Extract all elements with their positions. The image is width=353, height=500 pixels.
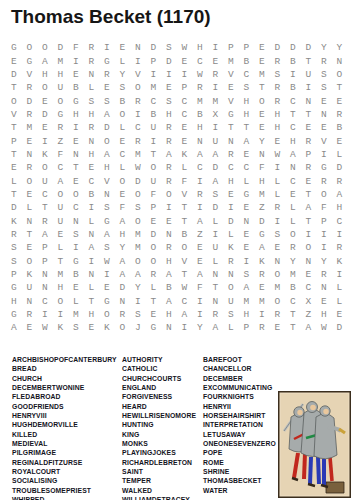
grid-cell: O — [161, 188, 177, 201]
grid-cell: A — [84, 241, 100, 254]
grid-cell: S — [130, 308, 146, 321]
grid-cell: O — [37, 161, 53, 174]
grid-cell: L — [332, 148, 348, 161]
grid-cell: S — [99, 201, 115, 214]
grid-cell: A — [37, 228, 53, 241]
grid-cell: O — [146, 241, 162, 254]
grid-cell: H — [115, 228, 131, 241]
grid-cell: Y — [332, 41, 348, 54]
grid-cell: L — [115, 121, 131, 134]
grid-cell: E — [239, 241, 255, 254]
grid-cell: N — [22, 295, 38, 308]
word-list-item: FLEDABROAD — [12, 392, 117, 401]
grid-cell: M — [285, 268, 301, 281]
grid-cell: U — [53, 81, 69, 94]
grid-cell: I — [68, 121, 84, 134]
grid-cell: M — [130, 148, 146, 161]
word-list-item: ROME — [203, 458, 276, 467]
grid-cell: C — [177, 94, 193, 107]
grid-cell: I — [192, 174, 208, 187]
grid-cell: K — [99, 321, 115, 334]
grid-cell: O — [130, 214, 146, 227]
grid-cell: N — [84, 134, 100, 147]
grid-cell: D — [22, 94, 38, 107]
grid-cell: V — [99, 174, 115, 187]
grid-cell: O — [37, 81, 53, 94]
grid-cell: O — [53, 295, 69, 308]
grid-cell: N — [130, 41, 146, 54]
grid-cell: A — [285, 148, 301, 161]
grid-cell: T — [146, 295, 162, 308]
word-list-item: EXCOMMUNICATING — [203, 383, 276, 392]
grid-cell: W — [130, 161, 146, 174]
grid-cell: L — [223, 228, 239, 241]
grid-cell: R — [332, 174, 348, 187]
grid-cell: L — [6, 174, 22, 187]
grid-cell: R — [223, 148, 239, 161]
grid-cell: E — [332, 94, 348, 107]
grid-cell: Y — [285, 255, 301, 268]
grid-cell: O — [130, 255, 146, 268]
grid-cell: L — [84, 214, 100, 227]
grid-cell: I — [208, 121, 224, 134]
grid-cell: I — [285, 68, 301, 81]
grid-cell: P — [6, 268, 22, 281]
grid-cell: H — [254, 174, 270, 187]
grid-cell: M — [208, 94, 224, 107]
grid-cell: R — [22, 161, 38, 174]
word-list-item: CATHOLIC — [122, 364, 196, 373]
grid-cell: R — [254, 268, 270, 281]
grid-cell: H — [84, 108, 100, 121]
grid-cell: A — [301, 321, 317, 334]
grid-cell: T — [6, 81, 22, 94]
word-list-item: HENRYII — [203, 402, 276, 411]
grid-cell: N — [208, 268, 224, 281]
grid-cell: R — [270, 308, 286, 321]
grid-cell: K — [6, 214, 22, 227]
grid-cell: S — [239, 268, 255, 281]
grid-cell: N — [223, 134, 239, 147]
word-list-item: SAINT — [122, 467, 196, 476]
grid-cell: G — [6, 281, 22, 294]
grid-cell: E — [177, 134, 193, 147]
grid-cell: I — [130, 108, 146, 121]
grid-cell: S — [239, 81, 255, 94]
grid-cell: R — [37, 214, 53, 227]
grid-cell: G — [68, 94, 84, 107]
grid-cell: C — [285, 295, 301, 308]
word-list-item: TEMPER — [122, 476, 196, 485]
grid-cell: N — [22, 214, 38, 227]
grid-cell: I — [208, 41, 224, 54]
grid-cell: H — [161, 255, 177, 268]
grid-cell: R — [301, 161, 317, 174]
grid-cell: B — [192, 108, 208, 121]
grid-cell: G — [99, 295, 115, 308]
grid-cell: E — [22, 321, 38, 334]
grid-cell: W — [270, 148, 286, 161]
grid-cell: I — [301, 228, 317, 241]
grid-cell: I — [223, 201, 239, 214]
grid-cell: B — [285, 281, 301, 294]
grid-cell: O — [37, 41, 53, 54]
word-list-item: CHURCHCOURTS — [122, 374, 196, 383]
grid-cell: O — [270, 268, 286, 281]
grid-cell: I — [99, 41, 115, 54]
grid-cell: T — [6, 148, 22, 161]
grid-cell: E — [68, 174, 84, 187]
word-list-item: WHIPPED — [12, 495, 117, 500]
grid-cell: P — [223, 41, 239, 54]
grid-cell: O — [22, 41, 38, 54]
grid-cell: N — [270, 255, 286, 268]
grid-cell: E — [115, 188, 131, 201]
grid-cell: H — [53, 281, 69, 294]
word-list: BAREFOOTCHANCELLORDECEMBEREXCOMMUNICATIN… — [203, 355, 276, 495]
grid-cell: D — [285, 41, 301, 54]
grid-cell: A — [6, 321, 22, 334]
grid-cell: A — [177, 308, 193, 321]
grid-cell: R — [332, 108, 348, 121]
grid-cell: S — [6, 255, 22, 268]
grid-cell: H — [53, 68, 69, 81]
grid-cell: L — [332, 295, 348, 308]
grid-cell: N — [192, 134, 208, 147]
grid-cell: E — [146, 308, 162, 321]
grid-cell: K — [332, 255, 348, 268]
grid-cell: N — [208, 295, 224, 308]
grid-cell: B — [239, 54, 255, 67]
grid-cell: Y — [115, 68, 131, 81]
grid-cell: E — [301, 268, 317, 281]
grid-cell: L — [84, 281, 100, 294]
grid-cell: A — [99, 108, 115, 121]
grid-cell: V — [316, 134, 332, 147]
grid-cell: D — [208, 201, 224, 214]
grid-cell: W — [177, 281, 193, 294]
grid-cell: Z — [192, 228, 208, 241]
word-list-item: KING — [122, 430, 196, 439]
grid-cell: M — [192, 94, 208, 107]
word-list-item: PLAYINGJOKES — [122, 448, 196, 457]
grid-cell: G — [6, 41, 22, 54]
grid-cell: H — [161, 308, 177, 321]
grid-cell: R — [84, 121, 100, 134]
grid-cell: O — [223, 281, 239, 294]
grid-cell: J — [130, 321, 146, 334]
grid-cell: R — [316, 54, 332, 67]
grid-cell: E — [53, 228, 69, 241]
grid-cell: L — [115, 161, 131, 174]
becket-murder-illustration — [278, 391, 351, 498]
grid-cell: C — [239, 161, 255, 174]
grid-cell: R — [161, 161, 177, 174]
grid-cell: L — [208, 214, 224, 227]
grid-cell: I — [130, 295, 146, 308]
grid-cell: X — [208, 108, 224, 121]
grid-cell: S — [6, 241, 22, 254]
grid-cell: I — [37, 308, 53, 321]
grid-cell: T — [254, 81, 270, 94]
grid-cell: N — [99, 188, 115, 201]
grid-cell: C — [192, 161, 208, 174]
grid-cell: E — [285, 188, 301, 201]
grid-cell: N — [285, 161, 301, 174]
word-list-item: BREAD — [12, 364, 117, 373]
word-list-item: PILGRIMAGE — [12, 448, 117, 457]
word-list-item: HENRYVIII — [12, 411, 117, 420]
word-list-item: MEDIEVAL — [12, 439, 117, 448]
grid-cell: C — [285, 121, 301, 134]
grid-cell: S — [161, 41, 177, 54]
grid-cell: R — [115, 308, 131, 321]
grid-cell: L — [22, 201, 38, 214]
grid-cell: R — [285, 241, 301, 254]
grid-cell: W — [316, 321, 332, 334]
grid-cell: H — [223, 174, 239, 187]
word-search-grid: GOODFRIENDSWHIPPEDDDYYEGAMIRGLIPDECEMBER… — [6, 41, 347, 335]
grid-cell: E — [6, 161, 22, 174]
grid-cell: H — [84, 148, 100, 161]
grid-cell: R — [254, 321, 270, 334]
word-list-item: ONEONESEVENZERO — [203, 439, 276, 448]
grid-cell: L — [332, 281, 348, 294]
grid-cell: T — [301, 188, 317, 201]
grid-cell: O — [53, 94, 69, 107]
grid-cell: H — [270, 121, 286, 134]
grid-cell: E — [254, 41, 270, 54]
grid-cell: O — [6, 94, 22, 107]
grid-cell: O — [270, 295, 286, 308]
grid-cell: I — [84, 255, 100, 268]
grid-cell: D — [270, 41, 286, 54]
grid-cell: V — [223, 68, 239, 81]
grid-cell: C — [177, 295, 193, 308]
grid-cell: U — [37, 174, 53, 187]
grid-cell: C — [332, 214, 348, 227]
grid-cell: E — [22, 241, 38, 254]
grid-cell: R — [99, 68, 115, 81]
grid-cell: E — [161, 214, 177, 227]
grid-cell: E — [316, 94, 332, 107]
grid-cell: B — [68, 268, 84, 281]
grid-cell: I — [254, 308, 270, 321]
grid-cell: L — [223, 321, 239, 334]
grid-cell: L — [208, 255, 224, 268]
grid-cell: C — [130, 121, 146, 134]
grid-cell: D — [6, 201, 22, 214]
grid-cell: O — [115, 321, 131, 334]
grid-cell: M — [68, 308, 84, 321]
grid-cell: C — [146, 94, 162, 107]
grid-cell: E — [177, 121, 193, 134]
grid-cell: D — [6, 68, 22, 81]
grid-cell: V — [130, 68, 146, 81]
grid-cell: L — [285, 214, 301, 227]
grid-cell: H — [239, 94, 255, 107]
grid-cell: H — [68, 108, 84, 121]
grid-cell: N — [161, 321, 177, 334]
word-list-item: BAREFOOT — [203, 355, 276, 364]
word-list-item: CHANCELLOR — [203, 364, 276, 373]
grid-cell: O — [130, 81, 146, 94]
grid-cell: O — [115, 108, 131, 121]
grid-cell: T — [177, 268, 193, 281]
grid-cell: H — [161, 108, 177, 121]
word-list-item: TROUBLESOMEPRIEST — [12, 486, 117, 495]
grid-cell: E — [68, 68, 84, 81]
grid-cell: O — [22, 255, 38, 268]
grid-cell: E — [192, 255, 208, 268]
grid-cell: R — [22, 308, 38, 321]
word-list: ARCHBISHOPOFCANTERBURYBREADCHURCHDECEMBE… — [12, 355, 117, 500]
grid-cell: S — [84, 94, 100, 107]
grid-cell: L — [177, 161, 193, 174]
grid-cell: L — [285, 201, 301, 214]
grid-cell: R — [6, 228, 22, 241]
grid-cell: I — [84, 201, 100, 214]
grid-cell: H — [192, 41, 208, 54]
word-list-item: RICHARDLEBRETON — [122, 458, 196, 467]
grid-cell: A — [115, 268, 131, 281]
grid-cell: M — [270, 281, 286, 294]
grid-cell: O — [22, 174, 38, 187]
grid-cell: O — [99, 134, 115, 147]
grid-cell: M — [130, 241, 146, 254]
grid-cell: E — [239, 148, 255, 161]
grid-cell: C — [301, 281, 317, 294]
grid-cell: R — [208, 308, 224, 321]
grid-cell: V — [177, 255, 193, 268]
grid-cell: E — [208, 54, 224, 67]
grid-cell: G — [254, 228, 270, 241]
grid-cell: E — [84, 321, 100, 334]
word-list-item: GOODFRIENDS — [12, 402, 117, 411]
grid-cell: R — [22, 108, 38, 121]
grid-cell: E — [192, 241, 208, 254]
grid-cell: P — [6, 134, 22, 147]
grid-cell: L — [146, 281, 162, 294]
grid-cell: P — [301, 148, 317, 161]
grid-cell: N — [254, 148, 270, 161]
grid-cell: B — [285, 81, 301, 94]
grid-cell: C — [285, 94, 301, 107]
grid-cell: T — [332, 81, 348, 94]
grid-cell: G — [68, 255, 84, 268]
grid-cell: N — [84, 268, 100, 281]
grid-cell: K — [22, 268, 38, 281]
grid-cell: T — [177, 201, 193, 214]
grid-cell: M — [130, 228, 146, 241]
grid-cell: A — [254, 241, 270, 254]
grid-cell: I — [316, 241, 332, 254]
grid-cell: F — [53, 148, 69, 161]
grid-cell: H — [99, 161, 115, 174]
grid-cell: X — [301, 295, 317, 308]
grid-cell: R — [270, 201, 286, 214]
grid-cell: H — [37, 68, 53, 81]
grid-cell: E — [239, 201, 255, 214]
grid-cell: S — [68, 321, 84, 334]
grid-cell: N — [37, 268, 53, 281]
grid-cell: E — [68, 281, 84, 294]
grid-cell: O — [254, 94, 270, 107]
grid-cell: I — [192, 201, 208, 214]
grid-cell: Y — [316, 41, 332, 54]
grid-cell: H — [270, 108, 286, 121]
grid-cell: R — [192, 81, 208, 94]
grid-cell: B — [177, 228, 193, 241]
grid-cell: V — [223, 94, 239, 107]
grid-cell: D — [115, 281, 131, 294]
grid-cell: M — [53, 54, 69, 67]
grid-cell: G — [6, 308, 22, 321]
grid-cell: P — [37, 241, 53, 254]
grid-cell: I — [332, 268, 348, 281]
grid-cell: E — [301, 174, 317, 187]
grid-cell: A — [161, 148, 177, 161]
grid-cell: Y — [316, 255, 332, 268]
grid-cell: C — [37, 295, 53, 308]
grid-cell: D — [99, 121, 115, 134]
grid-cell: I — [301, 81, 317, 94]
grid-cell: E — [239, 228, 255, 241]
grid-cell: M — [146, 81, 162, 94]
grid-cell: R — [53, 121, 69, 134]
word-list-item: HEARD — [122, 402, 196, 411]
grid-cell: T — [68, 161, 84, 174]
grid-cell: G — [99, 214, 115, 227]
grid-cell: H — [332, 201, 348, 214]
grid-cell: S — [316, 81, 332, 94]
stone-step — [326, 482, 344, 493]
grid-cell: V — [22, 68, 38, 81]
grid-cell: E — [115, 134, 131, 147]
grid-cell: E — [223, 188, 239, 201]
grid-cell: B — [115, 94, 131, 107]
word-list-item: FOURKNIGHTS — [203, 392, 276, 401]
grid-cell: N — [223, 268, 239, 281]
word-list-item: DECEMBERTWONINE — [12, 383, 117, 392]
grid-cell: H — [239, 108, 255, 121]
grid-cell: U — [208, 241, 224, 254]
grid-cell: E — [332, 134, 348, 147]
word-list-item: SOCIALISING — [12, 476, 117, 485]
grid-cell: E — [270, 321, 286, 334]
grid-cell: T — [239, 121, 255, 134]
grid-cell: T — [208, 281, 224, 294]
grid-cell: E — [6, 54, 22, 67]
grid-cell: G — [22, 54, 38, 67]
grid-cell: N — [84, 228, 100, 241]
grid-cell: T — [53, 255, 69, 268]
grid-cell: U — [146, 174, 162, 187]
grid-cell: R — [84, 41, 100, 54]
grid-cell: M — [53, 268, 69, 281]
grid-cell: H — [285, 134, 301, 147]
grid-cell: K — [37, 148, 53, 161]
grid-cell: W — [192, 68, 208, 81]
word-list-item: AUTHORITY — [122, 355, 196, 364]
grid-cell: O — [316, 188, 332, 201]
grid-cell: D — [254, 214, 270, 227]
word-list-item: WILLIAMDETRACEY — [122, 495, 196, 500]
grid-cell: E — [99, 81, 115, 94]
grid-cell: L — [115, 54, 131, 67]
word-list-item: ROYALCOURT — [12, 467, 117, 476]
word-list-item: WATER — [203, 486, 276, 495]
